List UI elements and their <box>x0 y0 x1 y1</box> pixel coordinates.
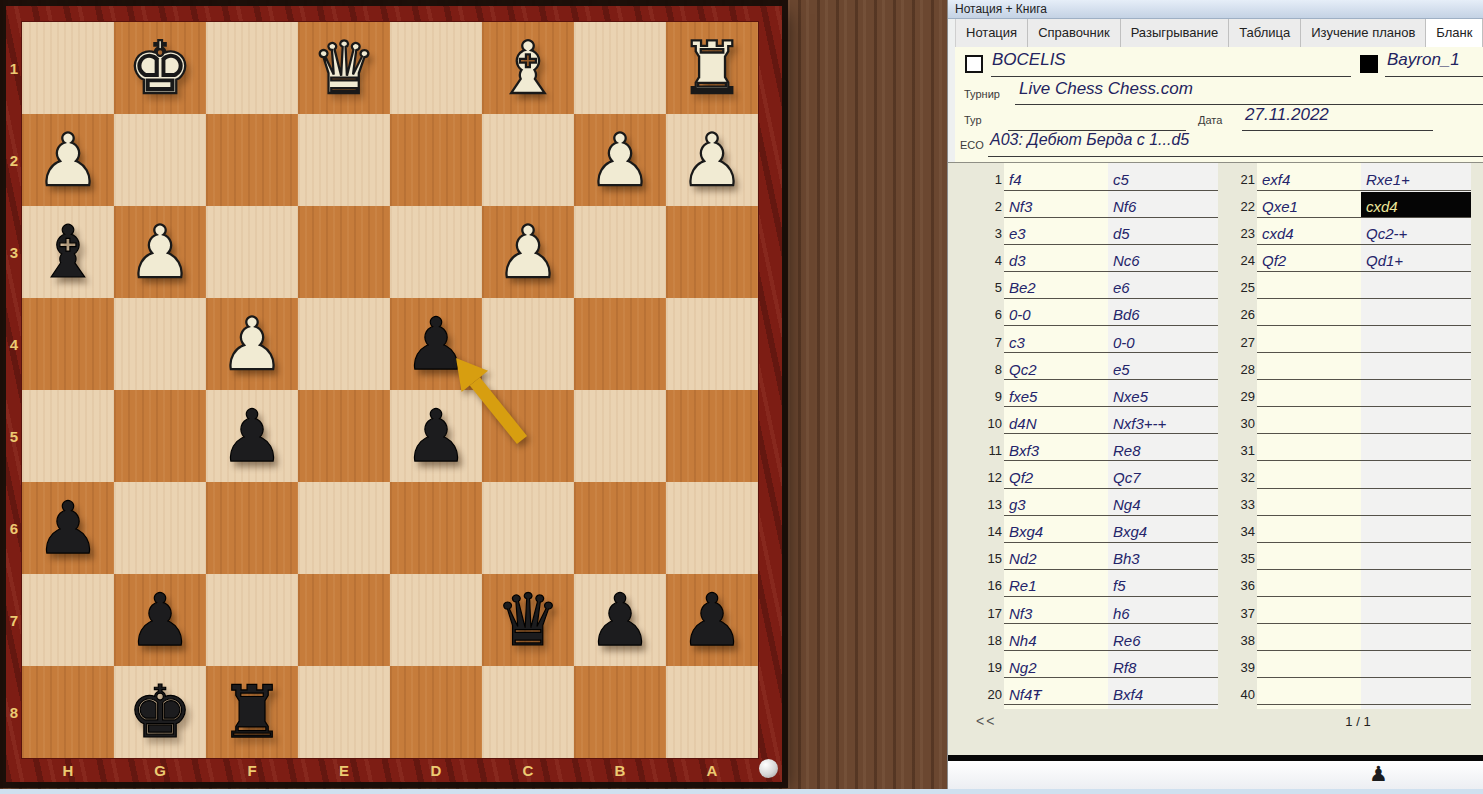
move-cell-26w[interactable] <box>1257 300 1361 326</box>
move-cell-30w[interactable] <box>1257 409 1361 435</box>
move-row-40: 40 <box>1229 680 1471 707</box>
square-a8[interactable] <box>666 666 758 758</box>
move-cell-33b[interactable] <box>1361 490 1471 516</box>
square-b2[interactable]: ♟ <box>574 114 666 206</box>
square-f8[interactable]: ♜ <box>206 666 298 758</box>
move-number: 51 <box>1475 436 1483 462</box>
square-g5[interactable] <box>114 390 206 482</box>
move-cell-31w[interactable] <box>1257 436 1361 462</box>
square-b6[interactable] <box>574 482 666 574</box>
move-row-4: 4d3Nc6 <box>976 246 1218 273</box>
move-cell-18w[interactable]: Nh4 <box>1004 626 1108 652</box>
move-number: 35 <box>1229 544 1255 570</box>
black-king[interactable]: ♚ <box>128 666 193 758</box>
move-row-57: 57 <box>1475 599 1483 626</box>
square-d8[interactable] <box>390 666 482 758</box>
move-cell-12b[interactable]: Qc7 <box>1108 463 1218 489</box>
square-c7[interactable]: ♛ <box>482 574 574 666</box>
chess-board: ♚♛♝♜♟♟♟♝♟♟♟♟♟♟♟♟♛♟♟♚♜ <box>22 22 758 758</box>
chess-board-frame: ♚♛♝♜♟♟♟♝♟♟♟♟♟♟♟♟♛♟♟♚♜ 12345678 HGFEDCBA <box>6 6 782 782</box>
square-f7[interactable] <box>206 574 298 666</box>
move-cell-4w[interactable]: d3 <box>1004 246 1108 272</box>
move-cell-17w[interactable]: Nf3 <box>1004 599 1108 625</box>
move-row-29: 29 <box>1229 382 1471 409</box>
move-number: 15 <box>976 544 1002 570</box>
move-cell-37b[interactable] <box>1361 599 1471 625</box>
white-pawn[interactable]: ♟ <box>220 298 285 390</box>
move-row-32: 32 <box>1229 463 1471 490</box>
move-cell-18b[interactable]: Re6 <box>1108 626 1218 652</box>
move-cell-20b[interactable]: Bxf4 <box>1108 680 1218 706</box>
move-number: 32 <box>1229 463 1255 489</box>
date-rule <box>1242 106 1433 131</box>
square-d6[interactable] <box>390 482 482 574</box>
move-cell-14b[interactable]: Bxg4 <box>1108 517 1218 543</box>
white-pawn[interactable]: ♟ <box>36 114 101 206</box>
move-number: 45 <box>1475 273 1483 299</box>
move-row-25: 25 <box>1229 273 1471 300</box>
black-pawn[interactable]: ♟ <box>588 574 653 666</box>
move-number: 5 <box>976 273 1002 299</box>
white-king[interactable]: ♚ <box>128 22 193 114</box>
move-cell-6b[interactable]: Bd6 <box>1108 300 1218 326</box>
move-cell-32w[interactable] <box>1257 463 1361 489</box>
move-number: 9 <box>976 382 1002 408</box>
move-cell-31b[interactable] <box>1361 436 1471 462</box>
square-e5[interactable] <box>298 390 390 482</box>
move-cell-15w[interactable]: Nd2 <box>1004 544 1108 570</box>
move-row-34: 34 <box>1229 517 1471 544</box>
move-cell-28b[interactable] <box>1361 355 1471 381</box>
move-number: 19 <box>976 653 1002 679</box>
move-cell-27w[interactable] <box>1257 328 1361 354</box>
move-cell-13w[interactable]: g3 <box>1004 490 1108 516</box>
move-row-44: 44 <box>1475 246 1483 273</box>
move-cell-3w[interactable]: e3 <box>1004 219 1108 245</box>
move-row-24: 24Qf2Qd1+ <box>1229 246 1471 273</box>
move-number: 20 <box>976 680 1002 706</box>
move-number: 52 <box>1475 463 1483 489</box>
move-number: 50 <box>1475 409 1483 435</box>
square-h8[interactable] <box>22 666 114 758</box>
move-cell-8b[interactable]: e5 <box>1108 355 1218 381</box>
move-number: 41 <box>1475 165 1483 191</box>
move-row-35: 35 <box>1229 544 1471 571</box>
move-number: 25 <box>1229 273 1255 299</box>
move-row-1: 1f4c5 <box>976 165 1218 192</box>
page-indicator: 1 / 1 <box>1323 714 1393 729</box>
square-c4[interactable] <box>482 298 574 390</box>
move-number: 28 <box>1229 355 1255 381</box>
move-cell-23w[interactable]: cxd4 <box>1257 219 1361 245</box>
square-d3[interactable] <box>390 206 482 298</box>
move-number: 18 <box>976 626 1002 652</box>
move-column-pair-3: 4142434445464748495051525354555657585960 <box>1475 165 1483 707</box>
move-cell-19b[interactable]: Rf8 <box>1108 653 1218 679</box>
black-rook[interactable]: ♜ <box>220 666 285 758</box>
move-cell-7w[interactable]: c3 <box>1004 328 1108 354</box>
move-cell-4b[interactable]: Nc6 <box>1108 246 1218 272</box>
move-row-60: 60 <box>1475 680 1483 707</box>
square-f3[interactable] <box>206 206 298 298</box>
white-bishop[interactable]: ♝ <box>496 22 561 114</box>
move-number: 24 <box>1229 246 1255 272</box>
move-cell-11w[interactable]: Bxf3 <box>1004 436 1108 462</box>
move-cell-32b[interactable] <box>1361 463 1471 489</box>
tournament-rule <box>1015 80 1483 105</box>
move-cell-29b[interactable] <box>1361 382 1471 408</box>
move-cell-20w[interactable]: Nf4Ŧ <box>1004 680 1108 706</box>
white-pawn[interactable]: ♟ <box>496 206 561 298</box>
move-row-22: 22Qxe1cxd4 <box>1229 192 1471 219</box>
square-e1[interactable]: ♛ <box>298 22 390 114</box>
rank-label-2: 2 <box>6 114 22 206</box>
move-number: 8 <box>976 355 1002 381</box>
white-pawn[interactable]: ♟ <box>128 206 193 298</box>
move-number: 47 <box>1475 328 1483 354</box>
move-cell-13b[interactable]: Ng4 <box>1108 490 1218 516</box>
tab-2[interactable]: Справочник <box>1028 19 1121 47</box>
move-row-12: 12Qf2Qc7 <box>976 463 1218 490</box>
move-cell-22w[interactable]: Qxe1 <box>1257 192 1361 218</box>
move-cell-40b[interactable] <box>1361 680 1471 706</box>
move-cell-5w[interactable]: Be2 <box>1004 273 1108 299</box>
square-c2[interactable] <box>482 114 574 206</box>
move-cell-3b[interactable]: d5 <box>1108 219 1218 245</box>
black-pawn[interactable]: ♟ <box>404 298 469 390</box>
app-window: ♚♛♝♜♟♟♟♝♟♟♟♟♟♟♟♟♛♟♟♚♜ 12345678 HGFEDCBA … <box>0 0 1483 794</box>
move-column-pair-2: 21exf4Rxe1+22Qxe1cxd423cxd4Qc2-+24Qf2Qd1… <box>1229 165 1471 707</box>
move-row-17: 17Nf3h6 <box>976 599 1218 626</box>
move-number: 48 <box>1475 355 1483 381</box>
move-number: 30 <box>1229 409 1255 435</box>
move-row-46: 46 <box>1475 300 1483 327</box>
move-cell-10b[interactable]: Nxf3+-+ <box>1108 409 1218 435</box>
black-name-rule <box>1385 52 1483 77</box>
move-cell-15b[interactable]: Bh3 <box>1108 544 1218 570</box>
nav-back-button[interactable]: << <box>976 713 996 729</box>
move-cell-10w[interactable]: d4N <box>1004 409 1108 435</box>
square-h7[interactable] <box>22 574 114 666</box>
square-f4[interactable]: ♟ <box>206 298 298 390</box>
move-cell-21b[interactable]: Rxe1+ <box>1361 165 1471 191</box>
move-cell-16b[interactable]: f5 <box>1108 571 1218 597</box>
move-row-47: 47 <box>1475 328 1483 355</box>
move-row-9: 9fxe5Nxe5 <box>976 382 1218 409</box>
move-cell-38w[interactable] <box>1257 626 1361 652</box>
move-cell-27b[interactable] <box>1361 328 1471 354</box>
move-cell-34w[interactable] <box>1257 517 1361 543</box>
panel-title: Нотация + Книга <box>948 0 1483 19</box>
move-row-54: 54 <box>1475 517 1483 544</box>
move-cell-39w[interactable] <box>1257 653 1361 679</box>
move-cell-5b[interactable]: e6 <box>1108 273 1218 299</box>
move-cell-36b[interactable] <box>1361 571 1471 597</box>
move-cell-35w[interactable] <box>1257 544 1361 570</box>
square-b1[interactable] <box>574 22 666 114</box>
square-d2[interactable] <box>390 114 482 206</box>
square-f6[interactable] <box>206 482 298 574</box>
square-e7[interactable] <box>298 574 390 666</box>
file-label-c: C <box>482 758 574 782</box>
square-b3[interactable] <box>574 206 666 298</box>
date-label: Дата <box>1198 114 1222 126</box>
tab-4[interactable]: Таблица <box>1229 19 1301 47</box>
white-pawn[interactable]: ♟ <box>588 114 653 206</box>
square-g3[interactable]: ♟ <box>114 206 206 298</box>
move-cell-35b[interactable] <box>1361 544 1471 570</box>
move-row-38: 38 <box>1229 626 1471 653</box>
square-g4[interactable] <box>114 298 206 390</box>
move-cell-1w[interactable]: f4 <box>1004 165 1108 191</box>
move-row-26: 26 <box>1229 300 1471 327</box>
square-e6[interactable] <box>298 482 390 574</box>
side-to-move-indicator <box>759 759 778 778</box>
tab-1[interactable]: Нотация <box>955 19 1028 47</box>
move-row-37: 37 <box>1229 599 1471 626</box>
move-cell-19w[interactable]: Ng2 <box>1004 653 1108 679</box>
move-cell-29w[interactable] <box>1257 382 1361 408</box>
move-cell-1b[interactable]: c5 <box>1108 165 1218 191</box>
rank-label-8: 8 <box>6 666 22 758</box>
move-row-27: 27 <box>1229 328 1471 355</box>
move-row-8: 8Qc2e5 <box>976 355 1218 382</box>
move-row-5: 5Be2e6 <box>976 273 1218 300</box>
square-a1[interactable]: ♜ <box>666 22 758 114</box>
move-number: 57 <box>1475 599 1483 625</box>
move-row-53: 53 <box>1475 490 1483 517</box>
rank-label-3: 3 <box>6 206 22 298</box>
tab-3[interactable]: Разыгрывание <box>1121 19 1230 47</box>
move-row-43: 43 <box>1475 219 1483 246</box>
square-g2[interactable] <box>114 114 206 206</box>
move-number: 34 <box>1229 517 1255 543</box>
square-e8[interactable] <box>298 666 390 758</box>
move-cell-28w[interactable] <box>1257 355 1361 381</box>
move-number: 59 <box>1475 653 1483 679</box>
move-row-48: 48 <box>1475 355 1483 382</box>
move-row-59: 59 <box>1475 653 1483 680</box>
move-cell-6w[interactable]: 0-0 <box>1004 300 1108 326</box>
square-c1[interactable]: ♝ <box>482 22 574 114</box>
move-number: 53 <box>1475 490 1483 516</box>
square-g1[interactable]: ♚ <box>114 22 206 114</box>
tab-6[interactable]: Бланк <box>1426 19 1483 47</box>
move-number: 3 <box>976 219 1002 245</box>
square-h6[interactable]: ♟ <box>22 482 114 574</box>
square-g8[interactable]: ♚ <box>114 666 206 758</box>
move-row-42: 42 <box>1475 192 1483 219</box>
black-queen[interactable]: ♛ <box>496 574 561 666</box>
move-cell-9w[interactable]: fxe5 <box>1004 382 1108 408</box>
file-label-a: A <box>666 758 758 782</box>
move-cell-8w[interactable]: Qc2 <box>1004 355 1108 381</box>
square-a5[interactable] <box>666 390 758 482</box>
round-rule <box>1008 106 1186 131</box>
rank-label-1: 1 <box>6 22 22 114</box>
square-h2[interactable]: ♟ <box>22 114 114 206</box>
move-row-58: 58 <box>1475 626 1483 653</box>
square-a7[interactable]: ♟ <box>666 574 758 666</box>
square-b7[interactable]: ♟ <box>574 574 666 666</box>
move-number: 1 <box>976 165 1002 191</box>
rank-label-5: 5 <box>6 390 22 482</box>
move-row-11: 11Bxf3Re8 <box>976 436 1218 463</box>
square-f5[interactable]: ♟ <box>206 390 298 482</box>
square-d1[interactable] <box>390 22 482 114</box>
square-c5[interactable] <box>482 390 574 482</box>
move-number: 13 <box>976 490 1002 516</box>
square-f1[interactable] <box>206 22 298 114</box>
move-cell-24b[interactable]: Qd1+ <box>1361 246 1471 272</box>
rank-label-7: 7 <box>6 574 22 666</box>
move-row-55: 55 <box>1475 544 1483 571</box>
move-cell-2w[interactable]: Nf3 <box>1004 192 1108 218</box>
file-label-d: D <box>390 758 482 782</box>
black-bishop[interactable]: ♝ <box>36 206 101 298</box>
move-cell-38b[interactable] <box>1361 626 1471 652</box>
move-row-30: 30 <box>1229 409 1471 436</box>
move-number: 49 <box>1475 382 1483 408</box>
move-cell-2b[interactable]: Nf6 <box>1108 192 1218 218</box>
move-number: 17 <box>976 599 1002 625</box>
black-pawn[interactable]: ♟ <box>680 574 745 666</box>
file-label-e: E <box>298 758 390 782</box>
move-row-52: 52 <box>1475 463 1483 490</box>
square-b8[interactable] <box>574 666 666 758</box>
move-cell-14w[interactable]: Bxg4 <box>1004 517 1108 543</box>
move-number: 31 <box>1229 436 1255 462</box>
move-number: 55 <box>1475 544 1483 570</box>
move-number: 37 <box>1229 599 1255 625</box>
move-number: 11 <box>976 436 1002 462</box>
move-cell-7b[interactable]: 0-0 <box>1108 328 1218 354</box>
move-number: 42 <box>1475 192 1483 218</box>
square-g7[interactable]: ♟ <box>114 574 206 666</box>
move-cell-11b[interactable]: Re8 <box>1108 436 1218 462</box>
move-cell-12w[interactable]: Qf2 <box>1004 463 1108 489</box>
square-h5[interactable] <box>22 390 114 482</box>
white-rook[interactable]: ♜ <box>680 22 745 114</box>
square-e3[interactable] <box>298 206 390 298</box>
black-pawn[interactable]: ♟ <box>128 574 193 666</box>
move-number: 60 <box>1475 680 1483 706</box>
move-number: 27 <box>1229 328 1255 354</box>
move-row-3: 3e3d5 <box>976 219 1218 246</box>
move-cell-9b[interactable]: Nxe5 <box>1108 382 1218 408</box>
move-number: 40 <box>1229 680 1255 706</box>
square-a3[interactable] <box>666 206 758 298</box>
square-e4[interactable] <box>298 298 390 390</box>
tournament-label: Турнир <box>964 88 1000 100</box>
move-number: 7 <box>976 328 1002 354</box>
move-cell-21w[interactable]: exf4 <box>1257 165 1361 191</box>
move-row-28: 28 <box>1229 355 1471 382</box>
square-h1[interactable] <box>22 22 114 114</box>
notation-panel: Нотация + Книга НотацияСправочникРазыгры… <box>947 0 1483 794</box>
black-pawn[interactable]: ♟ <box>404 390 469 482</box>
move-number: 6 <box>976 300 1002 326</box>
move-cell-30b[interactable] <box>1361 409 1471 435</box>
move-cell-23b[interactable]: Qc2-+ <box>1361 219 1471 245</box>
rank-label-6: 6 <box>6 482 22 574</box>
move-number: 12 <box>976 463 1002 489</box>
square-c8[interactable] <box>482 666 574 758</box>
move-column-pair-1: 1f4c52Nf3Nf63e3d54d3Nc65Be2e660-0Bd67c30… <box>976 165 1218 707</box>
move-cell-22b[interactable]: cxd4 <box>1361 192 1471 218</box>
move-number: 29 <box>1229 382 1255 408</box>
square-c3[interactable]: ♟ <box>482 206 574 298</box>
square-h4[interactable] <box>22 298 114 390</box>
square-b4[interactable] <box>574 298 666 390</box>
square-g6[interactable] <box>114 482 206 574</box>
material-strip: ♟ <box>948 761 1483 790</box>
move-row-20: 20Nf4ŦBxf4 <box>976 680 1218 707</box>
black-pawn[interactable]: ♟ <box>220 390 285 482</box>
move-row-21: 21exf4Rxe1+ <box>1229 165 1471 192</box>
square-b5[interactable] <box>574 390 666 482</box>
window-bottom-edge <box>0 789 1483 794</box>
move-cell-17b[interactable]: h6 <box>1108 599 1218 625</box>
black-pawn[interactable]: ♟ <box>36 482 101 574</box>
square-e2[interactable] <box>298 114 390 206</box>
move-cell-33w[interactable] <box>1257 490 1361 516</box>
round-label: Тур <box>964 114 982 126</box>
move-row-49: 49 <box>1475 382 1483 409</box>
move-row-41: 41 <box>1475 165 1483 192</box>
square-d5[interactable]: ♟ <box>390 390 482 482</box>
move-cell-36w[interactable] <box>1257 571 1361 597</box>
move-row-33: 33 <box>1229 490 1471 517</box>
white-side-icon <box>965 55 983 73</box>
move-row-23: 23cxd4Qc2-+ <box>1229 219 1471 246</box>
move-cell-37w[interactable] <box>1257 599 1361 625</box>
move-cell-24w[interactable]: Qf2 <box>1257 246 1361 272</box>
square-h3[interactable]: ♝ <box>22 206 114 298</box>
tab-5[interactable]: Изучение планов <box>1301 19 1426 47</box>
move-cell-25w[interactable] <box>1257 273 1361 299</box>
square-a4[interactable] <box>666 298 758 390</box>
move-cell-26b[interactable] <box>1361 300 1471 326</box>
square-d4[interactable]: ♟ <box>390 298 482 390</box>
move-cell-39b[interactable] <box>1361 653 1471 679</box>
move-cell-25b[interactable] <box>1361 273 1471 299</box>
file-label-b: B <box>574 758 666 782</box>
square-c6[interactable] <box>482 482 574 574</box>
move-row-56: 56 <box>1475 571 1483 598</box>
move-row-31: 31 <box>1229 436 1471 463</box>
white-queen[interactable]: ♛ <box>312 22 377 114</box>
move-row-16: 16Re1f5 <box>976 571 1218 598</box>
move-row-19: 19Ng2Rf8 <box>976 653 1218 680</box>
move-cell-16w[interactable]: Re1 <box>1004 571 1108 597</box>
move-row-10: 10d4NNxf3+-+ <box>976 409 1218 436</box>
move-cell-34b[interactable] <box>1361 517 1471 543</box>
square-f2[interactable] <box>206 114 298 206</box>
square-a2[interactable]: ♟ <box>666 114 758 206</box>
move-number: 33 <box>1229 490 1255 516</box>
rank-label-4: 4 <box>6 298 22 390</box>
square-a6[interactable] <box>666 482 758 574</box>
move-row-51: 51 <box>1475 436 1483 463</box>
move-cell-40w[interactable] <box>1257 680 1361 706</box>
move-row-36: 36 <box>1229 571 1471 598</box>
square-d7[interactable] <box>390 574 482 666</box>
white-pawn[interactable]: ♟ <box>680 114 745 206</box>
move-row-13: 13g3Ng4 <box>976 490 1218 517</box>
move-row-2: 2Nf3Nf6 <box>976 192 1218 219</box>
move-number: 4 <box>976 246 1002 272</box>
